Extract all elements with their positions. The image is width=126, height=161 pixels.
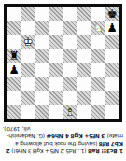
solution-line: vili, 1970). — [3, 124, 123, 131]
square-g1 — [91, 105, 105, 119]
black-king: ♚ — [105, 7, 119, 21]
square-e6 — [63, 35, 77, 49]
square-h2 — [105, 91, 119, 105]
square-c4 — [35, 63, 49, 77]
square-g4 — [91, 63, 105, 77]
square-b3 — [21, 77, 35, 91]
square-f4 — [77, 63, 91, 77]
square-g3 — [91, 77, 105, 91]
square-e3 — [63, 77, 77, 91]
square-f6 — [77, 35, 91, 49]
square-e1: ♝♗ — [63, 105, 77, 119]
scanned-page: { "game": "chess", "position": "7k/6Np/1… — [0, 0, 126, 161]
black-pawn: ♟ — [7, 63, 21, 77]
solution-text: 1 Bc3!! Ra8 (1...Rd5 2 Nf5+ Kg8 3 Nh6!) … — [3, 124, 123, 154]
square-d3 — [49, 77, 63, 91]
square-d4 — [49, 63, 63, 77]
square-c6 — [35, 35, 49, 49]
black-rook: ♜ — [7, 49, 21, 63]
solution-line: Kb7 Rf8 (saving the rook but allowing a — [3, 139, 123, 146]
square-h7: ♟ — [105, 21, 119, 35]
square-g8 — [91, 7, 105, 21]
solution-line: 1 Bc3!! Ra8 (1...Rd5 2 Nf5+ Kg8 3 Nh6!) … — [3, 146, 123, 153]
square-d6 — [49, 35, 63, 49]
square-c2 — [35, 91, 49, 105]
square-a7 — [7, 21, 21, 35]
square-h3 — [105, 77, 119, 91]
square-f5 — [77, 49, 91, 63]
square-e5 — [63, 49, 77, 63]
square-a1 — [7, 105, 21, 119]
square-c1 — [35, 105, 49, 119]
square-h4 — [105, 63, 119, 77]
square-c3 — [35, 77, 49, 91]
solution-line: mate) 3 Nf5+ Kg8 4 Nh6# (G. Nadareish- — [3, 131, 123, 138]
white-bishop: ♝♗ — [63, 105, 77, 119]
square-f7 — [77, 21, 91, 35]
square-g2 — [91, 91, 105, 105]
chess-board: ♚♞♘♟♚♔♜♟♝♗ — [4, 4, 122, 122]
black-pawn: ♟ — [105, 21, 119, 35]
square-d2 — [49, 91, 63, 105]
square-b2 — [21, 91, 35, 105]
square-h6 — [105, 35, 119, 49]
square-b8 — [21, 7, 35, 21]
square-d1 — [49, 105, 63, 119]
square-a6 — [7, 35, 21, 49]
square-e8 — [63, 7, 77, 21]
square-d7 — [49, 21, 63, 35]
square-e2 — [63, 91, 77, 105]
square-b6: ♚♔ — [21, 35, 35, 49]
white-king: ♚♔ — [21, 35, 35, 49]
square-b1 — [21, 105, 35, 119]
square-g5 — [91, 49, 105, 63]
square-c7 — [35, 21, 49, 35]
square-c5 — [35, 49, 49, 63]
square-a3 — [7, 77, 21, 91]
square-a2 — [7, 91, 21, 105]
square-f8 — [77, 7, 91, 21]
square-e4 — [63, 63, 77, 77]
square-a8 — [7, 7, 21, 21]
square-h5 — [105, 49, 119, 63]
square-b7 — [21, 21, 35, 35]
square-f1 — [77, 105, 91, 119]
square-c8 — [35, 7, 49, 21]
square-a5: ♜ — [7, 49, 21, 63]
square-a4: ♟ — [7, 63, 21, 77]
square-h1 — [105, 105, 119, 119]
square-e7 — [63, 21, 77, 35]
chess-diagram: ♚♞♘♟♚♔♜♟♝♗ — [4, 4, 122, 122]
square-g7: ♞♘ — [91, 21, 105, 35]
square-d8 — [49, 7, 63, 21]
square-f2 — [77, 91, 91, 105]
square-f3 — [77, 77, 91, 91]
white-knight: ♞♘ — [91, 21, 105, 35]
square-b5 — [21, 49, 35, 63]
square-h8: ♚ — [105, 7, 119, 21]
square-d5 — [49, 49, 63, 63]
square-g6 — [91, 35, 105, 49]
square-b4 — [21, 63, 35, 77]
